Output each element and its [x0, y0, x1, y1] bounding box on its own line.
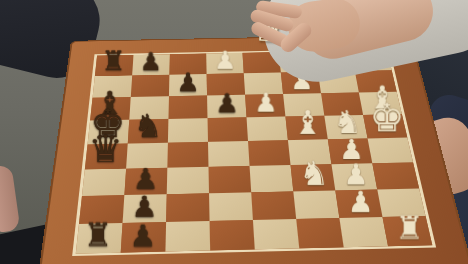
black-knight[interactable]: ♞ [128, 110, 168, 142]
white-rook[interactable]: ♜ [355, 43, 392, 70]
square-e7[interactable]: ♞ [128, 119, 169, 144]
square-h1[interactable]: ♜ [351, 50, 392, 71]
black-pawn[interactable]: ♟ [123, 192, 166, 221]
square-c1[interactable] [372, 162, 419, 189]
square-d1[interactable] [368, 138, 413, 164]
board-scene: ♜♟♟♜♟♟♝♟♟♝♚♞♝♞♚♛♟♟♞♟♟♟♜♟♜ [0, 0, 468, 264]
white-rook[interactable]: ♜ [388, 212, 432, 244]
square-f6[interactable] [168, 96, 207, 119]
square-g7[interactable] [131, 75, 170, 97]
white-pawn[interactable]: ♟ [246, 90, 285, 116]
black-pawn[interactable]: ♟ [207, 90, 246, 116]
square-d5[interactable] [208, 141, 250, 167]
square-b5[interactable] [209, 192, 253, 221]
white-bishop[interactable]: ♝ [288, 106, 328, 139]
square-g2[interactable] [318, 71, 359, 93]
square-a4[interactable] [253, 219, 299, 249]
square-a1[interactable]: ♜ [383, 216, 433, 246]
square-a5[interactable] [210, 220, 255, 250]
square-e6[interactable] [168, 118, 208, 143]
square-d6[interactable] [167, 142, 208, 168]
chess-board[interactable]: ♜♟♟♜♟♟♝♟♟♝♚♞♝♞♚♛♟♟♞♟♟♟♜♟♜ [38, 34, 468, 264]
board-grid[interactable]: ♜♟♟♜♟♟♝♟♟♝♚♞♝♞♚♛♟♟♞♟♟♟♜♟♜ [76, 50, 433, 254]
square-c4[interactable] [250, 165, 294, 192]
square-g3[interactable]: ♟ [281, 72, 321, 94]
white-knight[interactable]: ♞ [293, 156, 335, 190]
square-a7[interactable]: ♟ [121, 222, 166, 253]
square-h7[interactable]: ♟ [132, 54, 170, 75]
square-f5[interactable]: ♟ [207, 95, 246, 118]
square-b4[interactable] [251, 191, 296, 220]
square-d8[interactable]: ♛ [85, 144, 128, 170]
white-pawn[interactable]: ♟ [207, 48, 244, 73]
square-b6[interactable] [166, 193, 209, 222]
square-c3[interactable]: ♞ [291, 164, 336, 191]
black-rook[interactable]: ♜ [95, 48, 132, 75]
black-rook[interactable]: ♜ [76, 219, 121, 251]
board-frame: ♜♟♟♜♟♟♝♟♟♝♚♞♝♞♚♛♟♟♞♟♟♟♜♟♜ [38, 34, 468, 264]
square-b2[interactable]: ♟ [335, 189, 382, 218]
square-h8[interactable]: ♜ [95, 55, 134, 76]
square-e4[interactable] [247, 116, 288, 141]
white-king[interactable]: ♚ [367, 98, 407, 137]
white-pawn[interactable]: ♟ [339, 187, 382, 216]
square-c5[interactable] [208, 166, 251, 193]
square-h5[interactable]: ♟ [206, 53, 244, 74]
square-f4[interactable]: ♟ [245, 94, 285, 117]
square-h4[interactable] [243, 52, 281, 73]
black-pawn[interactable]: ♟ [132, 49, 169, 74]
square-g6[interactable]: ♟ [169, 74, 207, 96]
photo-scene: ♜♟♟♜♟♟♝♟♟♝♚♞♝♞♚♛♟♟♞♟♟♟♜♟♜ ♛ [0, 0, 468, 264]
board-border-line: ♜♟♟♜♟♟♝♟♟♝♚♞♝♞♚♛♟♟♞♟♟♟♜♟♜ [72, 48, 436, 256]
square-a6[interactable] [165, 221, 210, 252]
square-b3[interactable] [293, 190, 339, 219]
square-d4[interactable] [248, 140, 291, 166]
square-a2[interactable] [339, 217, 388, 247]
square-a8[interactable]: ♜ [76, 223, 123, 254]
black-pawn[interactable]: ♟ [121, 221, 166, 251]
square-e5[interactable] [208, 117, 248, 142]
square-c8[interactable] [82, 169, 126, 196]
black-pawn[interactable]: ♟ [169, 69, 207, 95]
square-c6[interactable] [167, 167, 209, 194]
square-a3[interactable] [296, 218, 344, 248]
white-pawn[interactable]: ♟ [283, 67, 321, 93]
black-queen[interactable]: ♛ [85, 130, 126, 168]
square-e3[interactable]: ♝ [285, 116, 327, 140]
